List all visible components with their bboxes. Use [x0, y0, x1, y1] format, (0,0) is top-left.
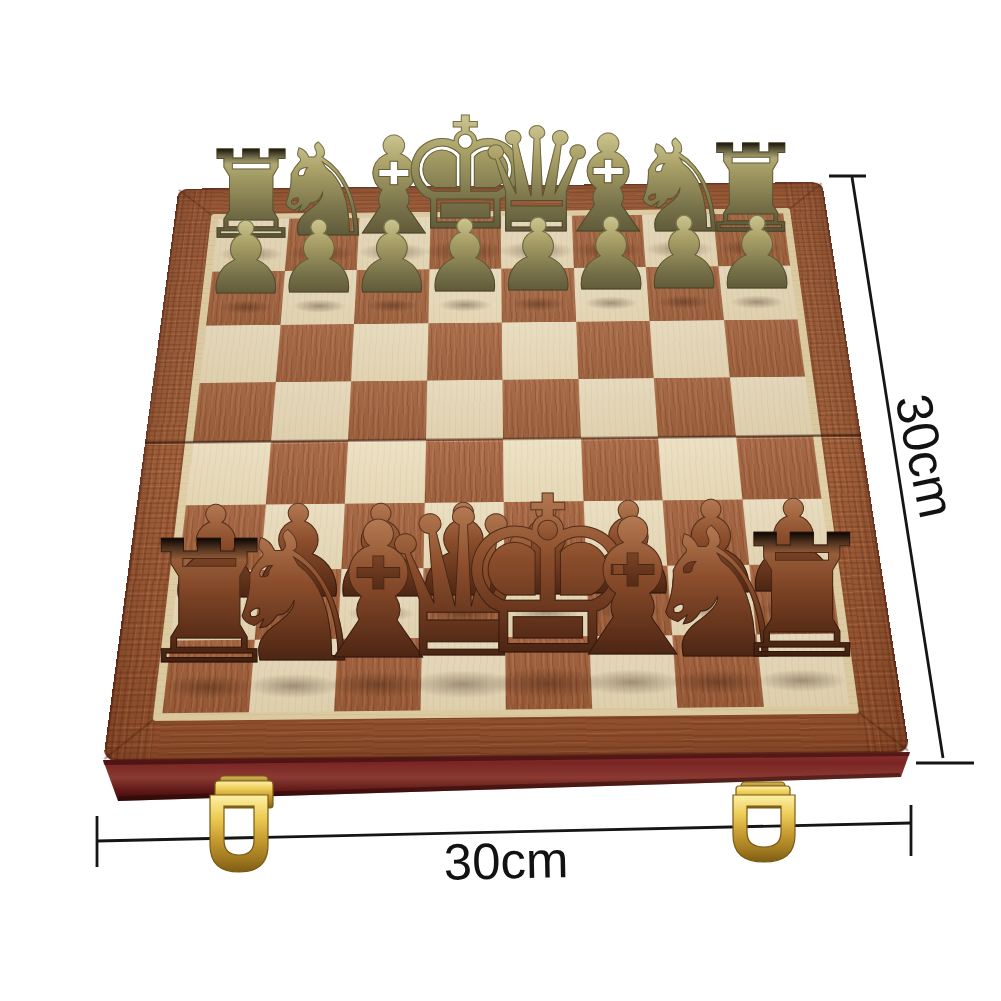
left-clasp-loop	[210, 795, 268, 872]
height-dimension-label: 30cm	[883, 389, 967, 523]
chess-board	[103, 182, 910, 761]
product-photo: ♜♞♝♚♛♝♞♜♟♟♟♟♟♟♟♟♟♟♟♟♟♟♟♟♜♞♝♛♚♝♞♜	[0, 0, 1001, 1001]
right-clasp-loop	[733, 795, 795, 862]
right-clasp	[733, 782, 795, 862]
right-clasp-hinge	[741, 782, 785, 790]
left-clasp-plate	[215, 781, 273, 808]
left-clasp	[210, 776, 273, 872]
width-dimension-label: 30cm	[443, 830, 569, 892]
left-clasp-hinge	[220, 776, 268, 785]
right-clasp-plate	[736, 786, 790, 808]
board-sheen	[103, 182, 910, 761]
